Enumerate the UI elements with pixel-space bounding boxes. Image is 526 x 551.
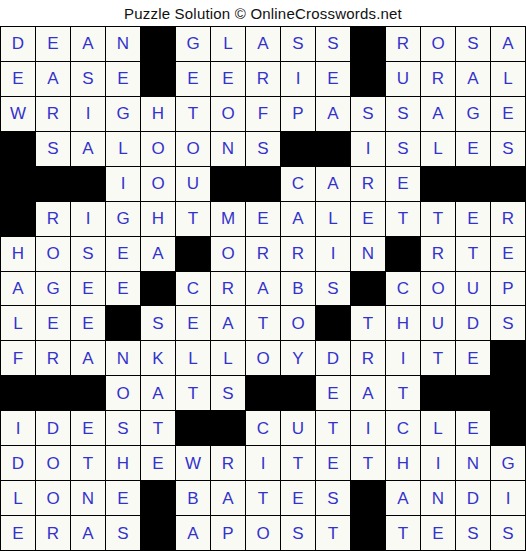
letter-cell-r3c5: H bbox=[141, 97, 175, 131]
letter-cell-r12c12: C bbox=[386, 411, 420, 445]
letter-cell-r12c8: C bbox=[246, 411, 280, 445]
letter-cell-r1c15: A bbox=[491, 27, 525, 61]
letter-cell-r12c14: E bbox=[456, 411, 490, 445]
letter-cell-r9c5: S bbox=[141, 306, 175, 340]
letter-cell-r3c4: G bbox=[106, 97, 140, 131]
letter-cell-r7c9: R bbox=[281, 237, 315, 271]
letter-cell-r4c14: E bbox=[456, 132, 490, 166]
letter-cell-r1c4: N bbox=[106, 27, 140, 61]
letter-cell-r3c14: G bbox=[456, 97, 490, 131]
letter-cell-r3c11: S bbox=[351, 97, 385, 131]
letter-cell-r7c15: E bbox=[491, 237, 525, 271]
block-cell-r5c7 bbox=[211, 167, 245, 201]
letter-cell-r12c9: U bbox=[281, 411, 315, 445]
block-cell-r5c13 bbox=[421, 167, 455, 201]
letter-cell-r12c13: L bbox=[421, 411, 455, 445]
letter-cell-r1c14: S bbox=[456, 27, 490, 61]
letter-cell-r1c10: S bbox=[316, 27, 350, 61]
letter-cell-r8c3: E bbox=[71, 272, 105, 306]
letter-cell-r1c7: L bbox=[211, 27, 245, 61]
letter-cell-r3c15: E bbox=[491, 97, 525, 131]
letter-cell-r15c4: S bbox=[106, 516, 140, 550]
block-cell-r11c14 bbox=[456, 376, 490, 410]
letter-cell-r15c9: S bbox=[281, 516, 315, 550]
block-cell-r2c11 bbox=[351, 62, 385, 96]
letter-cell-r6c11: E bbox=[351, 202, 385, 236]
letter-cell-r13c13: I bbox=[421, 446, 455, 480]
letter-cell-r3c8: F bbox=[246, 97, 280, 131]
block-cell-r4c9 bbox=[281, 132, 315, 166]
letter-cell-r9c2: E bbox=[36, 306, 70, 340]
letter-cell-r9c12: H bbox=[386, 306, 420, 340]
letter-cell-r12c10: T bbox=[316, 411, 350, 445]
block-cell-r5c1 bbox=[1, 167, 35, 201]
letter-cell-r3c10: A bbox=[316, 97, 350, 131]
letter-cell-r5c9: C bbox=[281, 167, 315, 201]
letter-cell-r13c12: H bbox=[386, 446, 420, 480]
letter-cell-r2c14: A bbox=[456, 62, 490, 96]
letter-cell-r8c15: P bbox=[491, 272, 525, 306]
block-cell-r9c4 bbox=[106, 306, 140, 340]
letter-cell-r4c3: A bbox=[71, 132, 105, 166]
letter-cell-r13c7: R bbox=[211, 446, 245, 480]
letter-cell-r7c13: R bbox=[421, 237, 455, 271]
letter-cell-r1c8: A bbox=[246, 27, 280, 61]
letter-cell-r12c4: S bbox=[106, 411, 140, 445]
letter-cell-r15c14: S bbox=[456, 516, 490, 550]
block-cell-r8c11 bbox=[351, 272, 385, 306]
letter-cell-r15c8: O bbox=[246, 516, 280, 550]
letter-cell-r3c12: S bbox=[386, 97, 420, 131]
block-cell-r15c11 bbox=[351, 516, 385, 550]
letter-cell-r2c9: I bbox=[281, 62, 315, 96]
letter-cell-r4c11: I bbox=[351, 132, 385, 166]
letter-cell-r8c2: G bbox=[36, 272, 70, 306]
letter-cell-r8c1: A bbox=[1, 272, 35, 306]
letter-cell-r2c13: R bbox=[421, 62, 455, 96]
letter-cell-r10c13: T bbox=[421, 341, 455, 375]
letter-cell-r4c7: N bbox=[211, 132, 245, 166]
letter-cell-r3c2: R bbox=[36, 97, 70, 131]
letter-cell-r6c3: I bbox=[71, 202, 105, 236]
letter-cell-r1c12: R bbox=[386, 27, 420, 61]
letter-cell-r5c11: R bbox=[351, 167, 385, 201]
letter-cell-r11c11: A bbox=[351, 376, 385, 410]
letter-cell-r2c7: E bbox=[211, 62, 245, 96]
letter-cell-r13c11: T bbox=[351, 446, 385, 480]
letter-cell-r10c5: K bbox=[141, 341, 175, 375]
letter-cell-r6c2: R bbox=[36, 202, 70, 236]
letter-cell-r6c14: E bbox=[456, 202, 490, 236]
letter-cell-r9c7: A bbox=[211, 306, 245, 340]
block-cell-r4c10 bbox=[316, 132, 350, 166]
block-cell-r5c14 bbox=[456, 167, 490, 201]
letter-cell-r14c15: I bbox=[491, 481, 525, 515]
block-cell-r12c6 bbox=[176, 411, 210, 445]
crossword-grid: DEANGLASSROSAEASEEERIEURALWRIGHTOFPASSAG… bbox=[0, 26, 526, 551]
letter-cell-r11c6: T bbox=[176, 376, 210, 410]
letter-cell-r11c5: A bbox=[141, 376, 175, 410]
letter-cell-r10c9: Y bbox=[281, 341, 315, 375]
letter-cell-r4c12: S bbox=[386, 132, 420, 166]
block-cell-r1c11 bbox=[351, 27, 385, 61]
block-cell-r8c5 bbox=[141, 272, 175, 306]
letter-cell-r11c7: S bbox=[211, 376, 245, 410]
letter-cell-r9c14: D bbox=[456, 306, 490, 340]
letter-cell-r9c15: S bbox=[491, 306, 525, 340]
block-cell-r11c1 bbox=[1, 376, 35, 410]
letter-cell-r5c6: U bbox=[176, 167, 210, 201]
letter-cell-r14c13: N bbox=[421, 481, 455, 515]
letter-cell-r1c13: O bbox=[421, 27, 455, 61]
letter-cell-r14c2: O bbox=[36, 481, 70, 515]
block-cell-r2c5 bbox=[141, 62, 175, 96]
block-cell-r7c6 bbox=[176, 237, 210, 271]
letter-cell-r4c4: L bbox=[106, 132, 140, 166]
letter-cell-r11c12: T bbox=[386, 376, 420, 410]
letter-cell-r6c4: G bbox=[106, 202, 140, 236]
letter-cell-r9c11: T bbox=[351, 306, 385, 340]
letter-cell-r14c4: E bbox=[106, 481, 140, 515]
letter-cell-r14c1: L bbox=[1, 481, 35, 515]
letter-cell-r7c7: O bbox=[211, 237, 245, 271]
letter-cell-r15c1: E bbox=[1, 516, 35, 550]
letter-cell-r6c6: T bbox=[176, 202, 210, 236]
block-cell-r11c15 bbox=[491, 376, 525, 410]
letter-cell-r3c3: I bbox=[71, 97, 105, 131]
letter-cell-r3c13: A bbox=[421, 97, 455, 131]
letter-cell-r1c9: S bbox=[281, 27, 315, 61]
letter-cell-r14c3: N bbox=[71, 481, 105, 515]
letter-cell-r2c4: E bbox=[106, 62, 140, 96]
letter-cell-r14c6: B bbox=[176, 481, 210, 515]
block-cell-r6c1 bbox=[1, 202, 35, 236]
block-cell-r5c8 bbox=[246, 167, 280, 201]
letter-cell-r10c7: L bbox=[211, 341, 245, 375]
letter-cell-r6c13: T bbox=[421, 202, 455, 236]
block-cell-r9c10 bbox=[316, 306, 350, 340]
letter-cell-r6c7: M bbox=[211, 202, 245, 236]
letter-cell-r4c8: S bbox=[246, 132, 280, 166]
letter-cell-r9c3: E bbox=[71, 306, 105, 340]
letter-cell-r1c2: E bbox=[36, 27, 70, 61]
letter-cell-r12c11: I bbox=[351, 411, 385, 445]
letter-cell-r9c8: T bbox=[246, 306, 280, 340]
letter-cell-r8c8: A bbox=[246, 272, 280, 306]
letter-cell-r6c10: L bbox=[316, 202, 350, 236]
letter-cell-r8c4: E bbox=[106, 272, 140, 306]
letter-cell-r8c10: S bbox=[316, 272, 350, 306]
letter-cell-r3c6: T bbox=[176, 97, 210, 131]
letter-cell-r14c10: S bbox=[316, 481, 350, 515]
letter-cell-r15c15: S bbox=[491, 516, 525, 550]
block-cell-r14c11 bbox=[351, 481, 385, 515]
letter-cell-r2c15: L bbox=[491, 62, 525, 96]
letter-cell-r6c9: A bbox=[281, 202, 315, 236]
block-cell-r11c3 bbox=[71, 376, 105, 410]
letter-cell-r3c1: W bbox=[1, 97, 35, 131]
letter-cell-r14c8: T bbox=[246, 481, 280, 515]
letter-cell-r4c5: O bbox=[141, 132, 175, 166]
letter-cell-r14c14: D bbox=[456, 481, 490, 515]
letter-cell-r7c3: S bbox=[71, 237, 105, 271]
letter-cell-r4c2: S bbox=[36, 132, 70, 166]
letter-cell-r11c10: E bbox=[316, 376, 350, 410]
letter-cell-r3c7: O bbox=[211, 97, 245, 131]
letter-cell-r13c6: W bbox=[176, 446, 210, 480]
letter-cell-r2c10: E bbox=[316, 62, 350, 96]
letter-cell-r13c1: D bbox=[1, 446, 35, 480]
letter-cell-r10c11: R bbox=[351, 341, 385, 375]
letter-cell-r7c8: R bbox=[246, 237, 280, 271]
letter-cell-r15c12: T bbox=[386, 516, 420, 550]
letter-cell-r2c8: R bbox=[246, 62, 280, 96]
letter-cell-r8c7: R bbox=[211, 272, 245, 306]
letter-cell-r6c15: R bbox=[491, 202, 525, 236]
letter-cell-r10c4: N bbox=[106, 341, 140, 375]
letter-cell-r4c13: L bbox=[421, 132, 455, 166]
letter-cell-r2c3: S bbox=[71, 62, 105, 96]
letter-cell-r2c6: E bbox=[176, 62, 210, 96]
letter-cell-r10c6: L bbox=[176, 341, 210, 375]
block-cell-r11c8 bbox=[246, 376, 280, 410]
letter-cell-r10c1: F bbox=[1, 341, 35, 375]
page-title: Puzzle Solution © OnlineCrosswords.net bbox=[0, 0, 526, 26]
letter-cell-r7c1: H bbox=[1, 237, 35, 271]
letter-cell-r7c14: T bbox=[456, 237, 490, 271]
block-cell-r14c5 bbox=[141, 481, 175, 515]
letter-cell-r9c1: L bbox=[1, 306, 35, 340]
puzzle-solution-page: Puzzle Solution © OnlineCrosswords.net D… bbox=[0, 0, 526, 551]
letter-cell-r8c14: U bbox=[456, 272, 490, 306]
block-cell-r11c13 bbox=[421, 376, 455, 410]
letter-cell-r8c9: B bbox=[281, 272, 315, 306]
letter-cell-r13c8: I bbox=[246, 446, 280, 480]
letter-cell-r8c6: C bbox=[176, 272, 210, 306]
letter-cell-r13c4: H bbox=[106, 446, 140, 480]
letter-cell-r10c10: D bbox=[316, 341, 350, 375]
letter-cell-r4c6: O bbox=[176, 132, 210, 166]
block-cell-r4c1 bbox=[1, 132, 35, 166]
letter-cell-r7c5: A bbox=[141, 237, 175, 271]
letter-cell-r13c2: O bbox=[36, 446, 70, 480]
block-cell-r5c3 bbox=[71, 167, 105, 201]
letter-cell-r13c10: E bbox=[316, 446, 350, 480]
letter-cell-r14c12: A bbox=[386, 481, 420, 515]
letter-cell-r5c5: O bbox=[141, 167, 175, 201]
letter-cell-r8c13: O bbox=[421, 272, 455, 306]
letter-cell-r5c4: I bbox=[106, 167, 140, 201]
letter-cell-r10c14: E bbox=[456, 341, 490, 375]
letter-cell-r4c15: S bbox=[491, 132, 525, 166]
letter-cell-r12c3: E bbox=[71, 411, 105, 445]
letter-cell-r5c10: A bbox=[316, 167, 350, 201]
letter-cell-r7c10: I bbox=[316, 237, 350, 271]
letter-cell-r2c2: A bbox=[36, 62, 70, 96]
letter-cell-r1c1: D bbox=[1, 27, 35, 61]
letter-cell-r15c10: T bbox=[316, 516, 350, 550]
block-cell-r11c2 bbox=[36, 376, 70, 410]
block-cell-r7c12 bbox=[386, 237, 420, 271]
block-cell-r12c7 bbox=[211, 411, 245, 445]
block-cell-r1c5 bbox=[141, 27, 175, 61]
letter-cell-r3c9: P bbox=[281, 97, 315, 131]
letter-cell-r6c5: H bbox=[141, 202, 175, 236]
letter-cell-r15c6: A bbox=[176, 516, 210, 550]
letter-cell-r9c6: E bbox=[176, 306, 210, 340]
letter-cell-r6c12: T bbox=[386, 202, 420, 236]
letter-cell-r13c3: T bbox=[71, 446, 105, 480]
letter-cell-r10c8: O bbox=[246, 341, 280, 375]
letter-cell-r13c9: T bbox=[281, 446, 315, 480]
letter-cell-r2c1: E bbox=[1, 62, 35, 96]
letter-cell-r8c12: C bbox=[386, 272, 420, 306]
block-cell-r10c15 bbox=[491, 341, 525, 375]
letter-cell-r13c5: E bbox=[141, 446, 175, 480]
letter-cell-r5c12: E bbox=[386, 167, 420, 201]
letter-cell-r11c4: O bbox=[106, 376, 140, 410]
letter-cell-r14c9: E bbox=[281, 481, 315, 515]
letter-cell-r10c2: R bbox=[36, 341, 70, 375]
letter-cell-r12c1: I bbox=[1, 411, 35, 445]
letter-cell-r1c6: G bbox=[176, 27, 210, 61]
letter-cell-r15c3: A bbox=[71, 516, 105, 550]
block-cell-r15c5 bbox=[141, 516, 175, 550]
block-cell-r5c15 bbox=[491, 167, 525, 201]
letter-cell-r12c5: T bbox=[141, 411, 175, 445]
letter-cell-r10c3: A bbox=[71, 341, 105, 375]
letter-cell-r12c2: D bbox=[36, 411, 70, 445]
letter-cell-r15c7: P bbox=[211, 516, 245, 550]
letter-cell-r15c13: E bbox=[421, 516, 455, 550]
letter-cell-r9c9: O bbox=[281, 306, 315, 340]
block-cell-r11c9 bbox=[281, 376, 315, 410]
letter-cell-r7c2: O bbox=[36, 237, 70, 271]
letter-cell-r2c12: U bbox=[386, 62, 420, 96]
letter-cell-r15c2: R bbox=[36, 516, 70, 550]
letter-cell-r7c11: N bbox=[351, 237, 385, 271]
block-cell-r5c2 bbox=[36, 167, 70, 201]
block-cell-r12c15 bbox=[491, 411, 525, 445]
letter-cell-r1c3: A bbox=[71, 27, 105, 61]
letter-cell-r10c12: I bbox=[386, 341, 420, 375]
letter-cell-r13c15: G bbox=[491, 446, 525, 480]
letter-cell-r14c7: A bbox=[211, 481, 245, 515]
letter-cell-r7c4: E bbox=[106, 237, 140, 271]
letter-cell-r6c8: E bbox=[246, 202, 280, 236]
letter-cell-r13c14: N bbox=[456, 446, 490, 480]
letter-cell-r9c13: U bbox=[421, 306, 455, 340]
